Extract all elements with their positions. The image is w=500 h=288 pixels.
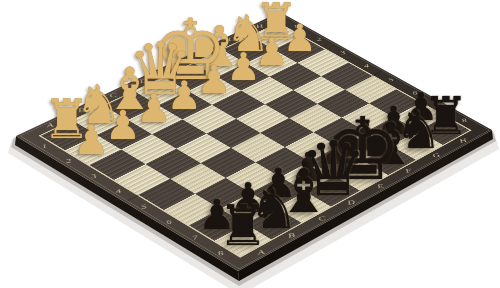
board-border-frame: AA11BB22CC33DD44EE55FF66GG77HH88 <box>16 12 492 271</box>
chess-board: AA11BB22CC33DD44EE55FF66GG77HH88 <box>16 12 492 271</box>
chessboard-photo: AA11BB22CC33DD44EE55FF66GG77HH88 ♜♞♝♛♚♝♞… <box>0 0 500 288</box>
board-grid <box>39 22 472 258</box>
